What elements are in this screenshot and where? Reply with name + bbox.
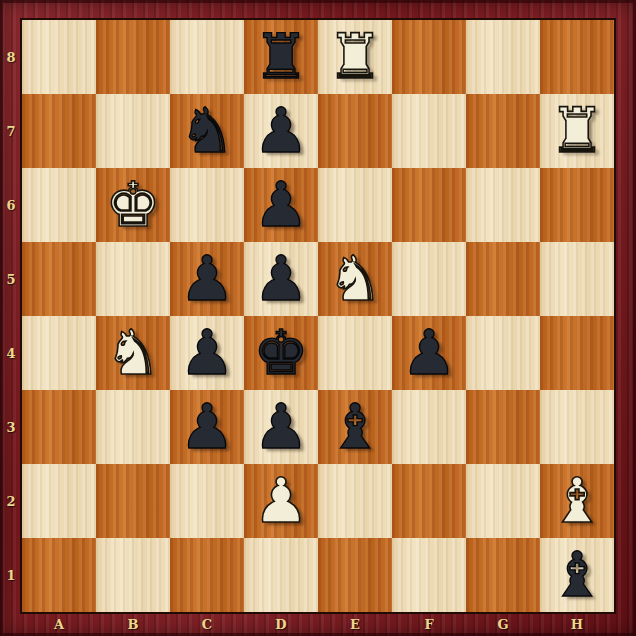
file-label-c: C xyxy=(170,612,244,636)
rank-label-3: 3 xyxy=(0,390,22,464)
square-f8[interactable] xyxy=(392,20,466,94)
square-b5[interactable] xyxy=(96,242,170,316)
square-d5[interactable]: ♟ xyxy=(244,242,318,316)
square-h4[interactable] xyxy=(540,316,614,390)
rank-label-text: 3 xyxy=(6,420,15,435)
piece-white-bishop-h2[interactable]: ♝ xyxy=(549,464,605,538)
square-b6[interactable]: ♚ xyxy=(96,168,170,242)
file-label-text: G xyxy=(497,617,508,632)
square-b8[interactable] xyxy=(96,20,170,94)
square-f3[interactable] xyxy=(392,390,466,464)
rank-label-text: 2 xyxy=(6,494,15,509)
square-e8[interactable]: ♜ xyxy=(318,20,392,94)
rank-label-text: 1 xyxy=(6,568,15,583)
square-d8[interactable]: ♜ xyxy=(244,20,318,94)
rank-label-text: 7 xyxy=(6,124,15,139)
square-c3[interactable]: ♟ xyxy=(170,390,244,464)
square-b2[interactable] xyxy=(96,464,170,538)
square-f2[interactable] xyxy=(392,464,466,538)
square-e4[interactable] xyxy=(318,316,392,390)
square-d6[interactable]: ♟ xyxy=(244,168,318,242)
chessboard: ♜♜♞♟♜♚♟♟♟♞♞♟♚♟♟♟♝♟♝♝ xyxy=(22,20,614,612)
square-b7[interactable] xyxy=(96,94,170,168)
square-h7[interactable]: ♜ xyxy=(540,94,614,168)
piece-black-pawn-d5[interactable]: ♟ xyxy=(253,242,309,316)
piece-white-knight-b4[interactable]: ♞ xyxy=(105,316,161,390)
square-g8[interactable] xyxy=(466,20,540,94)
square-d2[interactable]: ♟ xyxy=(244,464,318,538)
file-label-text: C xyxy=(202,617,212,632)
square-h3[interactable] xyxy=(540,390,614,464)
square-h2[interactable]: ♝ xyxy=(540,464,614,538)
square-g5[interactable] xyxy=(466,242,540,316)
rank-label-text: 6 xyxy=(6,198,15,213)
file-label-h: H xyxy=(540,612,614,636)
file-label-d: D xyxy=(244,612,318,636)
square-a5[interactable] xyxy=(22,242,96,316)
square-e2[interactable] xyxy=(318,464,392,538)
rank-label-text: 8 xyxy=(6,50,15,65)
piece-white-knight-e5[interactable]: ♞ xyxy=(327,242,383,316)
square-d3[interactable]: ♟ xyxy=(244,390,318,464)
rank-label-8: 8 xyxy=(0,20,22,94)
piece-black-bishop-h1[interactable]: ♝ xyxy=(549,538,605,612)
square-h1[interactable]: ♝ xyxy=(540,538,614,612)
file-label-text: E xyxy=(350,617,360,632)
piece-white-king-b6[interactable]: ♚ xyxy=(105,168,161,242)
square-b3[interactable] xyxy=(96,390,170,464)
square-d7[interactable]: ♟ xyxy=(244,94,318,168)
piece-black-pawn-c4[interactable]: ♟ xyxy=(179,316,235,390)
piece-black-knight-c7[interactable]: ♞ xyxy=(179,94,235,168)
square-g2[interactable] xyxy=(466,464,540,538)
chess-app-window: 87654321 ABCDEFGH ♜♜♞♟♜♚♟♟♟♞♞♟♚♟♟♟♝♟♝♝ xyxy=(0,0,636,636)
square-c8[interactable] xyxy=(170,20,244,94)
file-label-text: F xyxy=(424,617,433,632)
square-e6[interactable] xyxy=(318,168,392,242)
square-h5[interactable] xyxy=(540,242,614,316)
piece-black-pawn-c3[interactable]: ♟ xyxy=(179,390,235,464)
rank-label-text: 5 xyxy=(6,272,15,287)
square-f1[interactable] xyxy=(392,538,466,612)
square-c4[interactable]: ♟ xyxy=(170,316,244,390)
square-c1[interactable] xyxy=(170,538,244,612)
rank-labels: 87654321 xyxy=(0,20,22,612)
square-a7[interactable] xyxy=(22,94,96,168)
piece-black-rook-d8[interactable]: ♜ xyxy=(253,20,309,94)
piece-white-pawn-d2[interactable]: ♟ xyxy=(253,464,309,538)
file-label-text: H xyxy=(571,617,583,632)
square-h6[interactable] xyxy=(540,168,614,242)
square-c6[interactable] xyxy=(170,168,244,242)
square-c2[interactable] xyxy=(170,464,244,538)
piece-black-king-d4[interactable]: ♚ xyxy=(253,316,309,390)
square-f6[interactable] xyxy=(392,168,466,242)
square-a3[interactable] xyxy=(22,390,96,464)
file-label-g: G xyxy=(466,612,540,636)
square-f4[interactable]: ♟ xyxy=(392,316,466,390)
piece-white-rook-h7[interactable]: ♜ xyxy=(549,94,605,168)
square-c7[interactable]: ♞ xyxy=(170,94,244,168)
piece-black-pawn-c5[interactable]: ♟ xyxy=(179,242,235,316)
square-b4[interactable]: ♞ xyxy=(96,316,170,390)
rank-label-text: 4 xyxy=(6,346,15,361)
square-e5[interactable]: ♞ xyxy=(318,242,392,316)
file-label-f: F xyxy=(392,612,466,636)
square-a1[interactable] xyxy=(22,538,96,612)
rank-label-2: 2 xyxy=(0,464,22,538)
square-a8[interactable] xyxy=(22,20,96,94)
square-b1[interactable] xyxy=(96,538,170,612)
square-f5[interactable] xyxy=(392,242,466,316)
rank-label-7: 7 xyxy=(0,94,22,168)
square-g1[interactable] xyxy=(466,538,540,612)
file-label-text: A xyxy=(54,617,64,632)
square-e1[interactable] xyxy=(318,538,392,612)
square-a6[interactable] xyxy=(22,168,96,242)
piece-black-pawn-d7[interactable]: ♟ xyxy=(253,94,309,168)
file-label-b: B xyxy=(96,612,170,636)
piece-black-pawn-f4[interactable]: ♟ xyxy=(401,316,457,390)
rank-label-1: 1 xyxy=(0,538,22,612)
square-e7[interactable] xyxy=(318,94,392,168)
file-label-text: D xyxy=(275,617,286,632)
piece-black-bishop-e3[interactable]: ♝ xyxy=(327,390,383,464)
square-d1[interactable] xyxy=(244,538,318,612)
piece-black-pawn-d3[interactable]: ♟ xyxy=(253,390,309,464)
square-d4[interactable]: ♚ xyxy=(244,316,318,390)
square-f7[interactable] xyxy=(392,94,466,168)
file-label-e: E xyxy=(318,612,392,636)
file-label-text: B xyxy=(128,617,139,632)
rank-label-5: 5 xyxy=(0,242,22,316)
square-g4[interactable] xyxy=(466,316,540,390)
square-g6[interactable] xyxy=(466,168,540,242)
square-a4[interactable] xyxy=(22,316,96,390)
square-h8[interactable] xyxy=(540,20,614,94)
square-g3[interactable] xyxy=(466,390,540,464)
file-labels: ABCDEFGH xyxy=(22,612,614,636)
square-c5[interactable]: ♟ xyxy=(170,242,244,316)
rank-label-6: 6 xyxy=(0,168,22,242)
piece-black-pawn-d6[interactable]: ♟ xyxy=(253,168,309,242)
piece-white-rook-e8[interactable]: ♜ xyxy=(327,20,383,94)
file-label-a: A xyxy=(22,612,96,636)
square-g7[interactable] xyxy=(466,94,540,168)
square-e3[interactable]: ♝ xyxy=(318,390,392,464)
square-a2[interactable] xyxy=(22,464,96,538)
rank-label-4: 4 xyxy=(0,316,22,390)
